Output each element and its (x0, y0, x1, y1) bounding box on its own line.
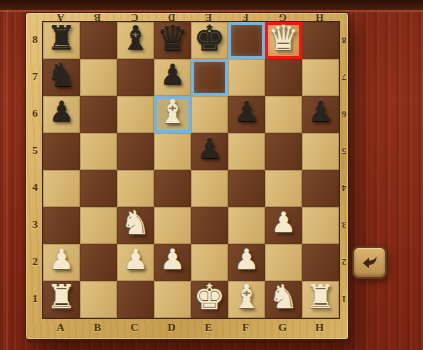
rank-label-right-7: 7 (340, 58, 348, 95)
square-b3[interactable] (80, 207, 117, 244)
square-h7[interactable] (302, 59, 339, 96)
piece-black-pawn[interactable]: ♟ (43, 93, 80, 130)
rank-label-right-4: 4 (340, 169, 348, 206)
square-c3[interactable]: ♞ (117, 207, 154, 244)
square-f4[interactable] (228, 170, 265, 207)
file-label-top-a: A (42, 12, 79, 23)
board-grid: ♜♝♛♚♛♞♟♟♝♟♟♟♞♟♟♟♟♟♜♚♝♞♜ (42, 21, 340, 319)
rank-label-left-5: 5 (29, 132, 41, 169)
square-a5[interactable] (43, 133, 80, 170)
piece-black-pawn[interactable]: ♟ (154, 56, 191, 93)
piece-black-queen[interactable]: ♛ (154, 19, 191, 56)
rank-label-left-8: 8 (29, 21, 41, 58)
rank-label-left-4: 4 (29, 169, 41, 206)
piece-white-pawn[interactable]: ♟ (117, 241, 154, 278)
square-g6[interactable] (265, 96, 302, 133)
file-label-bottom-a: A (42, 321, 79, 333)
file-label-top-f: F (227, 12, 264, 23)
piece-white-queen[interactable]: ♛ (265, 19, 302, 56)
file-label-bottom-e: E (190, 321, 227, 333)
rank-label-left-3: 3 (29, 206, 41, 243)
rank-label-right-2: 2 (340, 243, 348, 280)
wall-top-strip (0, 0, 423, 12)
square-g5[interactable] (265, 133, 302, 170)
square-g1[interactable]: ♞ (265, 281, 302, 318)
square-e8[interactable]: ♚ (191, 22, 228, 59)
square-b6[interactable] (80, 96, 117, 133)
rank-label-left-2: 2 (29, 243, 41, 280)
file-label-top-b: B (79, 12, 116, 23)
square-h8[interactable] (302, 22, 339, 59)
piece-black-knight[interactable]: ♞ (43, 56, 80, 93)
rank-label-left-6: 6 (29, 95, 41, 132)
app-background: ♜♝♛♚♛♞♟♟♝♟♟♟♞♟♟♟♟♟♜♚♝♞♜ AABBCCDDEEFFGGHH… (0, 0, 423, 350)
piece-white-knight[interactable]: ♞ (117, 204, 154, 241)
rank-label-right-3: 3 (340, 206, 348, 243)
piece-black-king[interactable]: ♚ (191, 19, 228, 56)
square-e7[interactable] (191, 59, 228, 96)
file-label-top-c: C (116, 12, 153, 23)
square-f8[interactable] (228, 22, 265, 59)
square-h6[interactable]: ♟ (302, 96, 339, 133)
piece-black-pawn[interactable]: ♟ (302, 93, 339, 130)
square-e2[interactable] (191, 244, 228, 281)
square-h5[interactable] (302, 133, 339, 170)
square-d8[interactable]: ♛ (154, 22, 191, 59)
piece-white-rook[interactable]: ♜ (43, 278, 80, 315)
square-a6[interactable]: ♟ (43, 96, 80, 133)
square-h4[interactable] (302, 170, 339, 207)
square-d5[interactable] (154, 133, 191, 170)
undo-arrow-icon (359, 253, 380, 273)
file-label-bottom-f: F (227, 321, 264, 333)
square-e3[interactable] (191, 207, 228, 244)
square-f3[interactable] (228, 207, 265, 244)
piece-white-pawn[interactable]: ♟ (154, 241, 191, 278)
rank-label-right-6: 6 (340, 95, 348, 132)
square-a2[interactable]: ♟ (43, 244, 80, 281)
square-c4[interactable] (117, 170, 154, 207)
square-g7[interactable] (265, 59, 302, 96)
square-e5[interactable]: ♟ (191, 133, 228, 170)
square-f7[interactable] (228, 59, 265, 96)
square-d3[interactable] (154, 207, 191, 244)
square-a3[interactable] (43, 207, 80, 244)
file-label-top-h: H (301, 12, 338, 23)
square-d2[interactable]: ♟ (154, 244, 191, 281)
square-f1[interactable]: ♝ (228, 281, 265, 318)
square-d4[interactable] (154, 170, 191, 207)
file-label-bottom-c: C (116, 321, 153, 333)
square-b2[interactable] (80, 244, 117, 281)
file-label-bottom-b: B (79, 321, 116, 333)
square-a4[interactable] (43, 170, 80, 207)
piece-white-bishop[interactable]: ♝ (228, 278, 265, 315)
file-label-bottom-g: G (264, 321, 301, 333)
piece-black-pawn[interactable]: ♟ (191, 130, 228, 167)
square-e4[interactable] (191, 170, 228, 207)
rank-label-right-5: 5 (340, 132, 348, 169)
square-g3[interactable]: ♟ (265, 207, 302, 244)
piece-black-bishop[interactable]: ♝ (117, 19, 154, 56)
square-c2[interactable]: ♟ (117, 244, 154, 281)
rank-label-left-7: 7 (29, 58, 41, 95)
piece-black-pawn[interactable]: ♟ (228, 93, 265, 130)
piece-white-pawn[interactable]: ♟ (228, 241, 265, 278)
piece-black-rook[interactable]: ♜ (43, 19, 80, 56)
rank-label-right-8: 8 (340, 21, 348, 58)
rank-label-left-1: 1 (29, 280, 41, 317)
piece-white-pawn[interactable]: ♟ (43, 241, 80, 278)
square-c7[interactable] (117, 59, 154, 96)
square-e1[interactable]: ♚ (191, 281, 228, 318)
square-a1[interactable]: ♜ (43, 281, 80, 318)
file-label-top-e: E (190, 12, 227, 23)
square-b8[interactable] (80, 22, 117, 59)
piece-white-rook[interactable]: ♜ (302, 278, 339, 315)
piece-white-knight[interactable]: ♞ (265, 278, 302, 315)
square-b7[interactable] (80, 59, 117, 96)
file-label-bottom-d: D (153, 321, 190, 333)
square-c8[interactable]: ♝ (117, 22, 154, 59)
square-f6[interactable]: ♟ (228, 96, 265, 133)
square-h2[interactable] (302, 244, 339, 281)
square-b5[interactable] (80, 133, 117, 170)
file-label-top-d: D (153, 12, 190, 23)
square-g8[interactable]: ♛ (265, 22, 302, 59)
undo-button[interactable] (352, 246, 387, 279)
square-d7[interactable]: ♟ (154, 59, 191, 96)
square-b4[interactable] (80, 170, 117, 207)
wood-plank-line (6, 10, 8, 350)
square-f2[interactable]: ♟ (228, 244, 265, 281)
piece-white-bishop[interactable]: ♝ (154, 93, 191, 130)
square-a7[interactable]: ♞ (43, 59, 80, 96)
square-h1[interactable]: ♜ (302, 281, 339, 318)
chess-board: ♜♝♛♚♛♞♟♟♝♟♟♟♞♟♟♟♟♟♜♚♝♞♜ AABBCCDDEEFFGGHH… (25, 12, 349, 340)
square-g2[interactable] (265, 244, 302, 281)
square-c5[interactable] (117, 133, 154, 170)
square-e6[interactable] (191, 96, 228, 133)
square-h3[interactable] (302, 207, 339, 244)
square-f5[interactable] (228, 133, 265, 170)
square-d6[interactable]: ♝ (154, 96, 191, 133)
file-label-top-g: G (264, 12, 301, 23)
piece-white-king[interactable]: ♚ (191, 278, 228, 315)
piece-white-pawn[interactable]: ♟ (265, 204, 302, 241)
square-g4[interactable] (265, 170, 302, 207)
rank-label-right-1: 1 (340, 280, 348, 317)
square-c1[interactable] (117, 281, 154, 318)
square-d1[interactable] (154, 281, 191, 318)
square-a8[interactable]: ♜ (43, 22, 80, 59)
square-b1[interactable] (80, 281, 117, 318)
square-c6[interactable] (117, 96, 154, 133)
file-label-bottom-h: H (301, 321, 338, 333)
